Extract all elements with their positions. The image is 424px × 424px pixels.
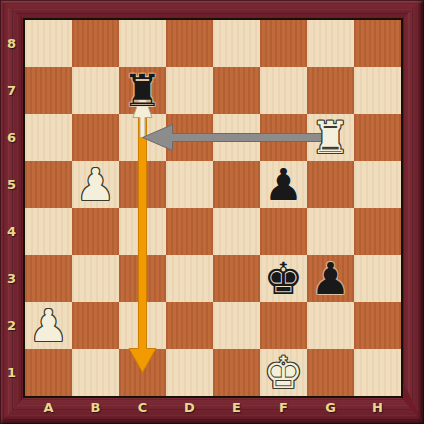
square-d7[interactable] bbox=[166, 67, 213, 114]
square-h2[interactable] bbox=[354, 302, 401, 349]
square-d5[interactable] bbox=[166, 161, 213, 208]
file-label-g: G bbox=[307, 394, 354, 420]
file-label-c: C bbox=[119, 394, 166, 420]
square-b6[interactable] bbox=[72, 114, 119, 161]
square-e6[interactable] bbox=[213, 114, 260, 161]
square-c5[interactable] bbox=[119, 161, 166, 208]
rank-labels: 87654321 bbox=[0, 20, 23, 396]
black-pawn-g3[interactable]: ♟ bbox=[307, 255, 354, 302]
square-b7[interactable] bbox=[72, 67, 119, 114]
square-c4[interactable] bbox=[119, 208, 166, 255]
file-labels: ABCDEFGH bbox=[25, 394, 401, 420]
square-g1[interactable] bbox=[307, 349, 354, 396]
square-c8[interactable] bbox=[119, 20, 166, 67]
square-a8[interactable] bbox=[25, 20, 72, 67]
square-d3[interactable] bbox=[166, 255, 213, 302]
board-frame-right bbox=[400, 0, 424, 424]
square-c2[interactable] bbox=[119, 302, 166, 349]
square-e2[interactable] bbox=[213, 302, 260, 349]
square-g2[interactable] bbox=[307, 302, 354, 349]
square-h3[interactable] bbox=[354, 255, 401, 302]
square-h6[interactable] bbox=[354, 114, 401, 161]
black-rook-c7[interactable]: ♜ bbox=[119, 67, 166, 114]
square-b8[interactable] bbox=[72, 20, 119, 67]
white-pawn-a2[interactable]: ♟ bbox=[25, 302, 72, 349]
square-f8[interactable] bbox=[260, 20, 307, 67]
rank-label-2: 2 bbox=[0, 302, 23, 349]
white-pawn-b5[interactable]: ♟ bbox=[72, 161, 119, 208]
square-f7[interactable] bbox=[260, 67, 307, 114]
square-e4[interactable] bbox=[213, 208, 260, 255]
square-c1[interactable] bbox=[119, 349, 166, 396]
white-rook-g6[interactable]: ♜ bbox=[307, 114, 354, 161]
square-f2[interactable] bbox=[260, 302, 307, 349]
rank-label-4: 4 bbox=[0, 208, 23, 255]
white-king-f1[interactable]: ♚ bbox=[260, 349, 307, 396]
square-e7[interactable] bbox=[213, 67, 260, 114]
square-d2[interactable] bbox=[166, 302, 213, 349]
square-f6[interactable] bbox=[260, 114, 307, 161]
square-g8[interactable] bbox=[307, 20, 354, 67]
square-b4[interactable] bbox=[72, 208, 119, 255]
black-pawn-f5[interactable]: ♟ bbox=[260, 161, 307, 208]
rank-label-5: 5 bbox=[0, 161, 23, 208]
file-label-d: D bbox=[166, 394, 213, 420]
square-d4[interactable] bbox=[166, 208, 213, 255]
square-a1[interactable] bbox=[25, 349, 72, 396]
file-label-b: B bbox=[72, 394, 119, 420]
square-e1[interactable] bbox=[213, 349, 260, 396]
file-label-h: H bbox=[354, 394, 401, 420]
black-king-f3[interactable]: ♚ bbox=[260, 255, 307, 302]
file-label-a: A bbox=[25, 394, 72, 420]
square-d1[interactable] bbox=[166, 349, 213, 396]
square-h8[interactable] bbox=[354, 20, 401, 67]
chess-app-window: ♜♜♟♟♚♟♟♚ 87654321 ABCDEFGH bbox=[0, 0, 424, 424]
file-label-e: E bbox=[213, 394, 260, 420]
square-g5[interactable] bbox=[307, 161, 354, 208]
square-d6[interactable] bbox=[166, 114, 213, 161]
rank-label-8: 8 bbox=[0, 20, 23, 67]
square-g7[interactable] bbox=[307, 67, 354, 114]
square-h4[interactable] bbox=[354, 208, 401, 255]
square-d8[interactable] bbox=[166, 20, 213, 67]
square-a3[interactable] bbox=[25, 255, 72, 302]
square-e5[interactable] bbox=[213, 161, 260, 208]
file-label-f: F bbox=[260, 394, 307, 420]
square-a4[interactable] bbox=[25, 208, 72, 255]
square-b3[interactable] bbox=[72, 255, 119, 302]
square-a7[interactable] bbox=[25, 67, 72, 114]
square-b1[interactable] bbox=[72, 349, 119, 396]
square-a5[interactable] bbox=[25, 161, 72, 208]
square-g4[interactable] bbox=[307, 208, 354, 255]
square-h1[interactable] bbox=[354, 349, 401, 396]
square-a6[interactable] bbox=[25, 114, 72, 161]
square-b2[interactable] bbox=[72, 302, 119, 349]
square-c6[interactable] bbox=[119, 114, 166, 161]
square-e8[interactable] bbox=[213, 20, 260, 67]
square-f4[interactable] bbox=[260, 208, 307, 255]
square-h5[interactable] bbox=[354, 161, 401, 208]
rank-label-7: 7 bbox=[0, 67, 23, 114]
square-h7[interactable] bbox=[354, 67, 401, 114]
rank-label-6: 6 bbox=[0, 114, 23, 161]
board-frame-top bbox=[0, 0, 424, 20]
rank-label-1: 1 bbox=[0, 349, 23, 396]
rank-label-3: 3 bbox=[0, 255, 23, 302]
square-c3[interactable] bbox=[119, 255, 166, 302]
square-e3[interactable] bbox=[213, 255, 260, 302]
